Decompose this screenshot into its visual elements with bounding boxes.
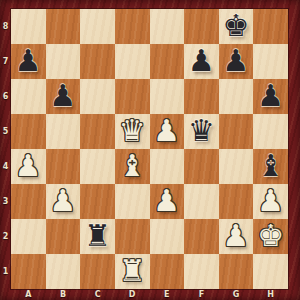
square-h6[interactable]: ♟ xyxy=(253,79,288,114)
piece-white-queen-d5: ♛ xyxy=(119,116,146,146)
square-a7[interactable]: ♟ xyxy=(11,44,46,79)
square-h3[interactable]: ♟ xyxy=(253,184,288,219)
square-a2[interactable] xyxy=(11,219,46,254)
square-g6[interactable] xyxy=(219,79,254,114)
piece-white-king-h2: ♚ xyxy=(257,221,284,251)
file-label-d: D xyxy=(115,289,150,300)
piece-white-bishop-d4: ♝ xyxy=(119,151,146,181)
piece-black-pawn-f7: ♟ xyxy=(188,46,215,76)
square-b5[interactable] xyxy=(46,114,81,149)
piece-black-queen-f5: ♛ xyxy=(188,116,215,146)
piece-white-pawn-e3: ♟ xyxy=(153,186,180,216)
piece-white-rook-d1: ♜ xyxy=(119,256,146,286)
square-a6[interactable] xyxy=(11,79,46,114)
piece-white-pawn-e5: ♟ xyxy=(153,116,180,146)
rank-label-6: 6 xyxy=(0,79,11,114)
square-c6[interactable] xyxy=(80,79,115,114)
square-f6[interactable] xyxy=(184,79,219,114)
piece-black-pawn-b6: ♟ xyxy=(49,81,76,111)
square-g4[interactable] xyxy=(219,149,254,184)
square-a3[interactable] xyxy=(11,184,46,219)
square-d2[interactable] xyxy=(115,219,150,254)
square-c7[interactable] xyxy=(80,44,115,79)
square-c1[interactable] xyxy=(80,254,115,289)
square-f5[interactable]: ♛ xyxy=(184,114,219,149)
square-b4[interactable] xyxy=(46,149,81,184)
file-label-c: C xyxy=(80,289,115,300)
square-a8[interactable] xyxy=(11,9,46,44)
piece-black-king-g8: ♚ xyxy=(223,11,250,41)
square-g2[interactable]: ♟ xyxy=(219,219,254,254)
square-f2[interactable] xyxy=(184,219,219,254)
square-h7[interactable] xyxy=(253,44,288,79)
rank-label-4: 4 xyxy=(0,149,11,184)
square-d8[interactable] xyxy=(115,9,150,44)
file-label-h: H xyxy=(253,289,288,300)
piece-white-pawn-b3: ♟ xyxy=(49,186,76,216)
chess-board: ♚♟♟♟♟♟♛♟♛♟♝♝♟♟♟♜♟♚♜ xyxy=(11,9,288,289)
square-h8[interactable] xyxy=(253,9,288,44)
square-a5[interactable] xyxy=(11,114,46,149)
square-e8[interactable] xyxy=(150,9,185,44)
square-b7[interactable] xyxy=(46,44,81,79)
piece-white-pawn-h3: ♟ xyxy=(257,186,284,216)
rank-label-2: 2 xyxy=(0,219,11,254)
file-label-b: B xyxy=(46,289,81,300)
square-h1[interactable] xyxy=(253,254,288,289)
square-d6[interactable] xyxy=(115,79,150,114)
square-b8[interactable] xyxy=(46,9,81,44)
file-label-f: F xyxy=(184,289,219,300)
square-g5[interactable] xyxy=(219,114,254,149)
square-e6[interactable] xyxy=(150,79,185,114)
square-c5[interactable] xyxy=(80,114,115,149)
file-labels: ABCDEFGH xyxy=(11,289,288,300)
square-f7[interactable]: ♟ xyxy=(184,44,219,79)
square-e5[interactable]: ♟ xyxy=(150,114,185,149)
square-a1[interactable] xyxy=(11,254,46,289)
square-b2[interactable] xyxy=(46,219,81,254)
square-f4[interactable] xyxy=(184,149,219,184)
square-f8[interactable] xyxy=(184,9,219,44)
square-b1[interactable] xyxy=(46,254,81,289)
square-e4[interactable] xyxy=(150,149,185,184)
square-e2[interactable] xyxy=(150,219,185,254)
square-f1[interactable] xyxy=(184,254,219,289)
rank-label-1: 1 xyxy=(0,254,11,289)
square-g3[interactable] xyxy=(219,184,254,219)
file-label-a: A xyxy=(11,289,46,300)
square-e1[interactable] xyxy=(150,254,185,289)
square-c2[interactable]: ♜ xyxy=(80,219,115,254)
square-d5[interactable]: ♛ xyxy=(115,114,150,149)
piece-white-pawn-a4: ♟ xyxy=(15,151,42,181)
square-b3[interactable]: ♟ xyxy=(46,184,81,219)
square-f3[interactable] xyxy=(184,184,219,219)
rank-label-3: 3 xyxy=(0,184,11,219)
square-b6[interactable]: ♟ xyxy=(46,79,81,114)
rank-labels: 87654321 xyxy=(0,9,11,289)
square-c3[interactable] xyxy=(80,184,115,219)
piece-black-bishop-h4: ♝ xyxy=(257,151,284,181)
file-label-g: G xyxy=(219,289,254,300)
rank-label-5: 5 xyxy=(0,114,11,149)
piece-white-pawn-g2: ♟ xyxy=(223,221,250,251)
square-g7[interactable]: ♟ xyxy=(219,44,254,79)
file-label-e: E xyxy=(150,289,185,300)
rank-label-8: 8 xyxy=(0,9,11,44)
square-d7[interactable] xyxy=(115,44,150,79)
chessboard-frame: 87654321 ABCDEFGH ♚♟♟♟♟♟♛♟♛♟♝♝♟♟♟♜♟♚♜ xyxy=(0,0,300,300)
square-c4[interactable] xyxy=(80,149,115,184)
square-d3[interactable] xyxy=(115,184,150,219)
square-a4[interactable]: ♟ xyxy=(11,149,46,184)
piece-black-pawn-a7: ♟ xyxy=(15,46,42,76)
square-g1[interactable] xyxy=(219,254,254,289)
square-e7[interactable] xyxy=(150,44,185,79)
square-g8[interactable]: ♚ xyxy=(219,9,254,44)
square-c8[interactable] xyxy=(80,9,115,44)
piece-black-pawn-h6: ♟ xyxy=(257,81,284,111)
square-h5[interactable] xyxy=(253,114,288,149)
square-h4[interactable]: ♝ xyxy=(253,149,288,184)
square-d4[interactable]: ♝ xyxy=(115,149,150,184)
square-d1[interactable]: ♜ xyxy=(115,254,150,289)
piece-black-pawn-g7: ♟ xyxy=(223,46,250,76)
square-e3[interactable]: ♟ xyxy=(150,184,185,219)
square-h2[interactable]: ♚ xyxy=(253,219,288,254)
rank-label-7: 7 xyxy=(0,44,11,79)
piece-black-rook-c2: ♜ xyxy=(84,221,111,251)
